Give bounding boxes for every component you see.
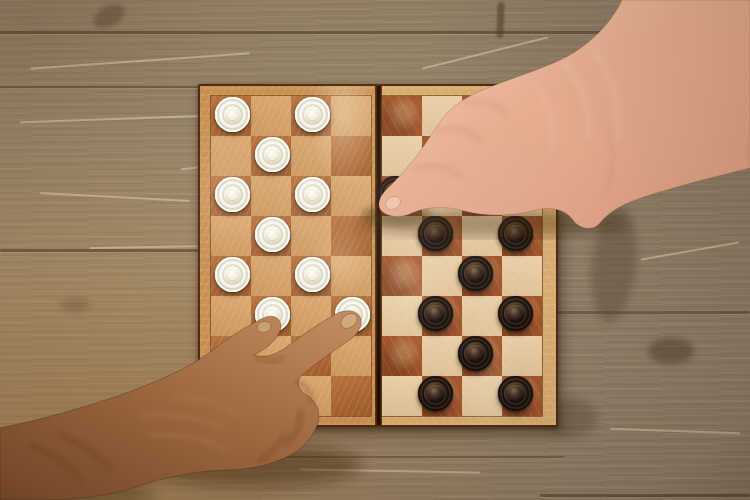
square-r4c3[interactable] [291,216,331,256]
table-scratch [422,36,549,69]
square-r2c4[interactable] [331,136,371,176]
square-r2c1[interactable] [211,136,251,176]
vein [562,60,589,140]
white-checker[interactable] [295,257,330,292]
wood-knot [60,298,90,312]
square-r7c3[interactable] [291,336,331,376]
table-plank-seam [543,311,750,314]
wood-crack [89,0,128,33]
square-r4c1[interactable] [211,216,251,256]
square-r8c8[interactable] [502,376,542,416]
square-r5c4[interactable] [331,256,371,296]
board-hinge [375,86,382,425]
right-wing-grid [382,96,542,416]
table-scratch [300,468,480,473]
black-checker[interactable] [498,376,533,411]
table-plank-seam [0,31,628,34]
square-r8c1[interactable] [211,376,251,416]
wood-crack [496,2,504,38]
white-checker[interactable] [255,297,290,332]
square-r6c5[interactable] [382,296,422,336]
square-r5c3[interactable] [291,256,331,296]
black-checker[interactable] [418,216,453,251]
square-r1c2[interactable] [251,96,291,136]
checkers-board [198,84,558,427]
wrist-crease [604,128,613,196]
table-scratch [641,241,740,260]
board-left-wing [200,86,375,425]
black-checker[interactable] [418,376,453,411]
square-r5c5[interactable] [382,256,422,296]
black-checker[interactable] [458,176,493,211]
square-r4c7[interactable] [462,216,502,256]
square-r6c1[interactable] [211,296,251,336]
square-r6c7[interactable] [462,296,502,336]
table-scratch [90,245,210,249]
table-scratch [600,136,740,145]
square-r7c5[interactable] [382,336,422,376]
square-r1c8[interactable] [502,96,542,136]
square-r6c2[interactable] [251,296,291,336]
square-r6c3[interactable] [291,296,331,336]
white-checker[interactable] [335,297,370,332]
square-r7c6[interactable] [422,336,462,376]
square-r3c4[interactable] [331,176,371,216]
square-r5c2[interactable] [251,256,291,296]
square-r5c8[interactable] [502,256,542,296]
square-r3c3[interactable] [291,176,331,216]
black-checker[interactable] [458,336,493,371]
square-r2c7[interactable] [462,136,502,176]
white-checker[interactable] [215,97,250,132]
square-r3c8[interactable] [502,176,542,216]
square-r7c2[interactable] [251,336,291,376]
wood-knot [648,338,694,364]
white-checker[interactable] [295,177,330,212]
square-r4c5[interactable] [382,216,422,256]
square-r5c6[interactable] [422,256,462,296]
square-r3c5[interactable] [382,176,422,216]
square-r2c5[interactable] [382,136,422,176]
square-r5c7[interactable] [462,256,502,296]
square-r2c2[interactable] [251,136,291,176]
black-checker[interactable] [378,176,413,211]
square-r8c6[interactable] [422,376,462,416]
hand-shadow [138,443,362,487]
black-checker[interactable] [498,216,533,251]
hand-shadow [0,477,155,500]
vein [592,50,618,140]
square-r8c7[interactable] [462,376,502,416]
square-r4c4[interactable] [331,216,371,256]
square-r4c8[interactable] [502,216,542,256]
table-plank-seam [0,249,200,252]
square-r1c4[interactable] [331,96,371,136]
square-r6c4[interactable] [331,296,371,336]
square-r3c1[interactable] [211,176,251,216]
table-scratch [610,428,740,435]
table-scratch [30,52,250,69]
board-right-wing [382,86,556,425]
square-r2c8[interactable] [502,136,542,176]
square-r1c6[interactable] [422,96,462,136]
wood-knot [270,443,277,450]
wrist-crease [60,435,112,471]
table-scratch [20,115,210,124]
square-r8c3[interactable] [291,376,331,416]
wood-knot [586,203,642,325]
photo-scene [0,0,750,500]
black-checker[interactable] [498,296,533,331]
vein [150,435,228,451]
table-plank-seam [0,86,202,88]
black-checker[interactable] [418,296,453,331]
table-plank-seam [196,456,564,458]
square-r7c7[interactable] [462,336,502,376]
table-scratch [40,192,190,201]
wood-knot [258,438,267,447]
white-checker[interactable] [255,217,290,252]
square-r3c2[interactable] [251,176,291,216]
square-r1c3[interactable] [291,96,331,136]
square-r3c6[interactable] [422,176,462,216]
square-r6c8[interactable] [502,296,542,336]
table-plank-seam [540,494,750,497]
square-r7c4[interactable] [331,336,371,376]
white-checker[interactable] [255,137,290,172]
white-checker[interactable] [215,177,250,212]
square-r7c8[interactable] [502,336,542,376]
square-r4c6[interactable] [422,216,462,256]
square-r1c5[interactable] [382,96,422,136]
white-checker[interactable] [295,97,330,132]
square-r1c7[interactable] [462,96,502,136]
square-r3c7[interactable] [462,176,502,216]
left-wing-grid [211,96,371,416]
square-r8c5[interactable] [382,376,422,416]
white-checker[interactable] [215,257,250,292]
black-checker[interactable] [458,256,493,291]
wrist-crease [30,445,82,481]
square-r2c6[interactable] [422,136,462,176]
square-r7c1[interactable] [211,336,251,376]
square-r6c6[interactable] [422,296,462,336]
square-r2c3[interactable] [291,136,331,176]
wood-knot [688,66,734,124]
square-r5c1[interactable] [211,256,251,296]
square-r8c4[interactable] [331,376,371,416]
square-r8c2[interactable] [251,376,291,416]
square-r4c2[interactable] [251,216,291,256]
square-r1c1[interactable] [211,96,251,136]
